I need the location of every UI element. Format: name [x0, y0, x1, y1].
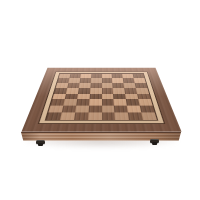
- latch-left-icon: [36, 140, 45, 144]
- board-square: [101, 113, 115, 120]
- board-square: [141, 113, 157, 120]
- maple-inlay-border: [37, 72, 165, 124]
- board-square: [73, 113, 87, 120]
- board-square: [128, 113, 143, 120]
- board-grid: [44, 74, 158, 121]
- board-square: [87, 113, 101, 120]
- latch-right-icon: [150, 139, 159, 143]
- board-square: [46, 113, 62, 120]
- photo-scene: [0, 0, 200, 200]
- board-square: [114, 113, 128, 120]
- chessboard: [21, 68, 181, 132]
- board-square: [59, 113, 74, 120]
